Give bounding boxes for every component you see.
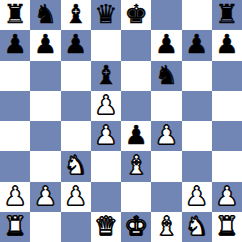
- black-bishop[interactable]: ♝: [64, 1, 87, 27]
- square-a7[interactable]: ♟: [0, 30, 30, 60]
- square-f8[interactable]: [151, 0, 181, 30]
- square-h1[interactable]: ♜: [212, 212, 242, 242]
- black-pawn[interactable]: ♟: [124, 122, 147, 148]
- square-a5[interactable]: [0, 91, 30, 121]
- black-pawn[interactable]: ♟: [155, 31, 178, 57]
- white-knight[interactable]: ♞: [185, 213, 208, 239]
- square-d3[interactable]: [91, 151, 121, 181]
- chess-board: ♜♞♝♛♚♜♟♟♟♟♟♟♝♞♟♟♟♟♞♝♟♟♟♟♟♜♛♚♝♞♜: [0, 0, 242, 242]
- square-h4[interactable]: [212, 121, 242, 151]
- square-c4[interactable]: [61, 121, 91, 151]
- white-pawn[interactable]: ♟: [64, 183, 87, 209]
- white-pawn[interactable]: ♟: [94, 122, 117, 148]
- square-f3[interactable]: [151, 151, 181, 181]
- black-bishop[interactable]: ♝: [94, 62, 117, 88]
- square-d8[interactable]: ♛: [91, 0, 121, 30]
- square-d7[interactable]: [91, 30, 121, 60]
- square-g8[interactable]: [182, 0, 212, 30]
- white-queen[interactable]: ♛: [94, 213, 117, 239]
- square-b5[interactable]: [30, 91, 60, 121]
- square-c7[interactable]: ♟: [61, 30, 91, 60]
- square-b8[interactable]: ♞: [30, 0, 60, 30]
- white-knight[interactable]: ♞: [64, 152, 87, 178]
- white-pawn[interactable]: ♟: [155, 122, 178, 148]
- white-pawn[interactable]: ♟: [185, 183, 208, 209]
- black-pawn[interactable]: ♟: [64, 31, 87, 57]
- white-rook[interactable]: ♜: [215, 213, 238, 239]
- square-g1[interactable]: ♞: [182, 212, 212, 242]
- square-c6[interactable]: [61, 61, 91, 91]
- black-pawn[interactable]: ♟: [34, 31, 57, 57]
- square-g7[interactable]: ♟: [182, 30, 212, 60]
- square-e1[interactable]: ♚: [121, 212, 151, 242]
- square-b2[interactable]: ♟: [30, 182, 60, 212]
- square-c8[interactable]: ♝: [61, 0, 91, 30]
- square-h2[interactable]: ♟: [212, 182, 242, 212]
- square-e8[interactable]: ♚: [121, 0, 151, 30]
- square-a2[interactable]: ♟: [0, 182, 30, 212]
- square-d4[interactable]: ♟: [91, 121, 121, 151]
- square-d1[interactable]: ♛: [91, 212, 121, 242]
- square-h5[interactable]: [212, 91, 242, 121]
- black-queen[interactable]: ♛: [94, 1, 117, 27]
- square-f1[interactable]: ♝: [151, 212, 181, 242]
- square-g5[interactable]: [182, 91, 212, 121]
- square-g6[interactable]: [182, 61, 212, 91]
- square-a6[interactable]: [0, 61, 30, 91]
- square-c3[interactable]: ♞: [61, 151, 91, 181]
- square-a8[interactable]: ♜: [0, 0, 30, 30]
- square-g2[interactable]: ♟: [182, 182, 212, 212]
- square-d2[interactable]: [91, 182, 121, 212]
- square-a3[interactable]: [0, 151, 30, 181]
- square-c2[interactable]: ♟: [61, 182, 91, 212]
- square-f4[interactable]: ♟: [151, 121, 181, 151]
- square-a4[interactable]: [0, 121, 30, 151]
- white-bishop[interactable]: ♝: [124, 152, 147, 178]
- square-e3[interactable]: ♝: [121, 151, 151, 181]
- square-h8[interactable]: ♜: [212, 0, 242, 30]
- white-pawn[interactable]: ♟: [3, 183, 26, 209]
- square-b6[interactable]: [30, 61, 60, 91]
- square-h3[interactable]: [212, 151, 242, 181]
- white-pawn[interactable]: ♟: [34, 183, 57, 209]
- square-g4[interactable]: [182, 121, 212, 151]
- black-pawn[interactable]: ♟: [215, 31, 238, 57]
- black-pawn[interactable]: ♟: [185, 31, 208, 57]
- square-f7[interactable]: ♟: [151, 30, 181, 60]
- square-a1[interactable]: ♜: [0, 212, 30, 242]
- white-rook[interactable]: ♜: [3, 213, 26, 239]
- square-f5[interactable]: [151, 91, 181, 121]
- square-e6[interactable]: [121, 61, 151, 91]
- square-e5[interactable]: [121, 91, 151, 121]
- square-h7[interactable]: ♟: [212, 30, 242, 60]
- square-d5[interactable]: ♟: [91, 91, 121, 121]
- square-e7[interactable]: [121, 30, 151, 60]
- square-e2[interactable]: [121, 182, 151, 212]
- square-h6[interactable]: [212, 61, 242, 91]
- white-pawn[interactable]: ♟: [94, 92, 117, 118]
- square-d6[interactable]: ♝: [91, 61, 121, 91]
- square-b1[interactable]: [30, 212, 60, 242]
- black-pawn[interactable]: ♟: [3, 31, 26, 57]
- square-c1[interactable]: [61, 212, 91, 242]
- square-f6[interactable]: ♞: [151, 61, 181, 91]
- black-king[interactable]: ♚: [124, 1, 147, 27]
- white-pawn[interactable]: ♟: [215, 183, 238, 209]
- square-f2[interactable]: [151, 182, 181, 212]
- white-king[interactable]: ♚: [124, 213, 147, 239]
- square-g3[interactable]: [182, 151, 212, 181]
- square-b3[interactable]: [30, 151, 60, 181]
- square-b4[interactable]: [30, 121, 60, 151]
- white-bishop[interactable]: ♝: [155, 213, 178, 239]
- black-knight[interactable]: ♞: [155, 62, 178, 88]
- square-b7[interactable]: ♟: [30, 30, 60, 60]
- black-knight[interactable]: ♞: [34, 1, 57, 27]
- black-rook[interactable]: ♜: [3, 1, 26, 27]
- square-e4[interactable]: ♟: [121, 121, 151, 151]
- square-c5[interactable]: [61, 91, 91, 121]
- black-rook[interactable]: ♜: [215, 1, 238, 27]
